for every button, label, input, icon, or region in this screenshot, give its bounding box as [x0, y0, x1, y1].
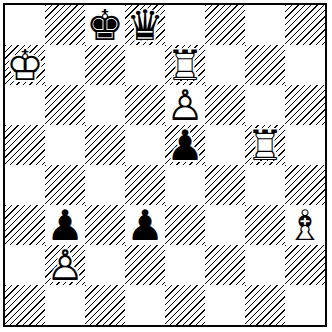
- square-e7[interactable]: ♜♖: [165, 45, 205, 85]
- square-e6[interactable]: ♟♙: [165, 85, 205, 125]
- square-b1[interactable]: [45, 285, 85, 325]
- piece-glyph-ink: ♟: [165, 125, 205, 165]
- chess-diagram-page: ♚♚♛♛♚♔♜♖♟♙♟♟♜♖♟♟♟♟♝♗♟♙: [0, 0, 332, 332]
- square-a4[interactable]: [5, 165, 45, 205]
- piece-black-king[interactable]: ♚♚: [85, 5, 125, 45]
- square-f2[interactable]: [205, 245, 245, 285]
- square-a3[interactable]: [5, 205, 45, 245]
- square-b2[interactable]: ♟♙: [45, 245, 85, 285]
- piece-glyph-ink: ♚: [85, 5, 125, 45]
- square-b4[interactable]: [45, 165, 85, 205]
- piece-white-pawn[interactable]: ♟♙: [165, 85, 205, 125]
- square-h2[interactable]: [285, 245, 325, 285]
- square-d4[interactable]: [125, 165, 165, 205]
- square-f3[interactable]: [205, 205, 245, 245]
- square-c4[interactable]: [85, 165, 125, 205]
- square-a7[interactable]: ♚♔: [5, 45, 45, 85]
- square-b8[interactable]: [45, 5, 85, 45]
- square-e5[interactable]: ♟♟: [165, 125, 205, 165]
- piece-glyph-ink: ♗: [285, 205, 325, 245]
- square-h7[interactable]: [285, 45, 325, 85]
- square-a1[interactable]: [5, 285, 45, 325]
- square-a8[interactable]: [5, 5, 45, 45]
- square-c6[interactable]: [85, 85, 125, 125]
- square-d6[interactable]: [125, 85, 165, 125]
- square-d1[interactable]: [125, 285, 165, 325]
- square-f1[interactable]: [205, 285, 245, 325]
- square-c7[interactable]: [85, 45, 125, 85]
- chess-board-frame: ♚♚♛♛♚♔♜♖♟♙♟♟♜♖♟♟♟♟♝♗♟♙: [3, 3, 327, 327]
- square-c1[interactable]: [85, 285, 125, 325]
- square-e1[interactable]: [165, 285, 205, 325]
- piece-glyph-ink: ♟: [125, 205, 165, 245]
- square-c5[interactable]: [85, 125, 125, 165]
- piece-white-bishop[interactable]: ♝♗: [285, 205, 325, 245]
- piece-black-pawn[interactable]: ♟♟: [165, 125, 205, 165]
- piece-black-pawn[interactable]: ♟♟: [125, 205, 165, 245]
- square-a5[interactable]: [5, 125, 45, 165]
- square-b7[interactable]: [45, 45, 85, 85]
- piece-white-rook[interactable]: ♜♖: [165, 45, 205, 85]
- square-f7[interactable]: [205, 45, 245, 85]
- square-d7[interactable]: [125, 45, 165, 85]
- square-f4[interactable]: [205, 165, 245, 205]
- piece-glyph-ink: ♖: [165, 45, 205, 85]
- piece-glyph-ink: ♖: [245, 125, 285, 165]
- square-d3[interactable]: ♟♟: [125, 205, 165, 245]
- square-g6[interactable]: [245, 85, 285, 125]
- piece-glyph-ink: ♟: [45, 205, 85, 245]
- square-c2[interactable]: [85, 245, 125, 285]
- square-d5[interactable]: [125, 125, 165, 165]
- square-b3[interactable]: ♟♟: [45, 205, 85, 245]
- square-b6[interactable]: [45, 85, 85, 125]
- piece-black-pawn[interactable]: ♟♟: [45, 205, 85, 245]
- square-g1[interactable]: [245, 285, 285, 325]
- piece-black-queen[interactable]: ♛♛: [125, 5, 165, 45]
- square-h8[interactable]: [285, 5, 325, 45]
- piece-glyph-ink: ♙: [45, 245, 85, 285]
- square-h5[interactable]: [285, 125, 325, 165]
- square-d2[interactable]: [125, 245, 165, 285]
- square-e4[interactable]: [165, 165, 205, 205]
- square-b5[interactable]: [45, 125, 85, 165]
- square-e8[interactable]: [165, 5, 205, 45]
- square-g4[interactable]: [245, 165, 285, 205]
- square-g5[interactable]: ♜♖: [245, 125, 285, 165]
- square-h6[interactable]: [285, 85, 325, 125]
- square-f6[interactable]: [205, 85, 245, 125]
- square-c3[interactable]: [85, 205, 125, 245]
- piece-white-king[interactable]: ♚♔: [5, 45, 45, 85]
- square-f8[interactable]: [205, 5, 245, 45]
- piece-glyph-ink: ♙: [165, 85, 205, 125]
- square-a2[interactable]: [5, 245, 45, 285]
- square-f5[interactable]: [205, 125, 245, 165]
- square-c8[interactable]: ♚♚: [85, 5, 125, 45]
- chess-board: ♚♚♛♛♚♔♜♖♟♙♟♟♜♖♟♟♟♟♝♗♟♙: [5, 5, 325, 325]
- piece-glyph-ink: ♔: [5, 45, 45, 85]
- square-h1[interactable]: [285, 285, 325, 325]
- square-d8[interactable]: ♛♛: [125, 5, 165, 45]
- piece-white-pawn[interactable]: ♟♙: [45, 245, 85, 285]
- square-g7[interactable]: [245, 45, 285, 85]
- square-e2[interactable]: [165, 245, 205, 285]
- piece-white-rook[interactable]: ♜♖: [245, 125, 285, 165]
- square-h4[interactable]: [285, 165, 325, 205]
- square-g3[interactable]: [245, 205, 285, 245]
- square-g8[interactable]: [245, 5, 285, 45]
- square-a6[interactable]: [5, 85, 45, 125]
- square-g2[interactable]: [245, 245, 285, 285]
- square-h3[interactable]: ♝♗: [285, 205, 325, 245]
- piece-glyph-ink: ♛: [125, 5, 165, 45]
- square-e3[interactable]: [165, 205, 205, 245]
